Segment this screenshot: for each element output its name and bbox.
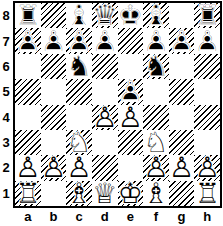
black-pawn-h7[interactable]: ♟♙ — [194, 28, 220, 53]
square-g3[interactable] — [169, 130, 195, 155]
black-knight-c6[interactable]: ♞♘ — [66, 54, 92, 79]
piece-outline-glyph: ♙ — [169, 155, 194, 180]
file-label-e: e — [118, 208, 144, 225]
piece-fill-glyph: ♚ — [118, 181, 143, 206]
rank-label-4: 4 — [0, 105, 12, 130]
file-label-h: h — [194, 208, 220, 225]
square-b5[interactable] — [41, 79, 67, 104]
piece-fill-glyph: ♟ — [15, 155, 40, 180]
white-pawn-d4[interactable]: ♟♙ — [92, 105, 118, 130]
piece-outline-glyph: ♙ — [41, 29, 66, 54]
piece-fill-glyph: ♝ — [143, 181, 168, 206]
rank-label-8: 8 — [0, 3, 12, 28]
piece-outline-glyph: ♖ — [195, 181, 220, 206]
piece-fill-glyph: ♟ — [169, 29, 194, 54]
square-d6[interactable] — [92, 54, 118, 79]
piece-outline-glyph: ♙ — [92, 29, 117, 54]
black-pawn-b7[interactable]: ♟♙ — [41, 28, 67, 53]
black-pawn-g7[interactable]: ♟♙ — [169, 28, 195, 53]
piece-fill-glyph: ♟ — [195, 155, 220, 180]
square-f4[interactable] — [143, 105, 169, 130]
file-labels: abcdefgh — [15, 208, 220, 225]
square-f1[interactable]: ♝♗ — [143, 181, 169, 206]
piece-outline-glyph: ♘ — [67, 130, 92, 155]
black-pawn-c7[interactable]: ♟♙ — [66, 28, 92, 53]
piece-fill-glyph: ♝ — [67, 3, 92, 28]
white-pawn-b2[interactable]: ♟♙ — [41, 155, 67, 180]
square-c8[interactable]: ♝♗ — [66, 3, 92, 28]
black-rook-a8[interactable]: ♜♖ — [15, 3, 41, 28]
piece-outline-glyph: ♙ — [15, 155, 40, 180]
piece-outline-glyph: ♗ — [67, 3, 92, 28]
square-d4[interactable]: ♟♙ — [92, 105, 118, 130]
piece-fill-glyph: ♟ — [118, 79, 143, 104]
piece-outline-glyph: ♙ — [195, 155, 220, 180]
square-d2[interactable] — [92, 155, 118, 180]
piece-fill-glyph: ♟ — [118, 105, 143, 130]
square-f8[interactable]: ♝♗ — [143, 3, 169, 28]
square-f5[interactable] — [143, 79, 169, 104]
piece-outline-glyph: ♔ — [118, 181, 143, 206]
rank-label-6: 6 — [0, 54, 12, 79]
square-b3[interactable] — [41, 130, 67, 155]
square-a6[interactable] — [15, 54, 41, 79]
black-pawn-d7[interactable]: ♟♙ — [92, 28, 118, 53]
square-c4[interactable] — [66, 105, 92, 130]
piece-fill-glyph: ♞ — [67, 54, 92, 79]
white-pawn-h2[interactable]: ♟♙ — [194, 155, 220, 180]
white-knight-c3[interactable]: ♞♘ — [66, 130, 92, 155]
piece-outline-glyph: ♙ — [169, 29, 194, 54]
piece-outline-glyph: ♙ — [67, 155, 92, 180]
square-g5[interactable] — [169, 79, 195, 104]
square-a2[interactable]: ♟♙ — [15, 155, 41, 180]
piece-fill-glyph: ♟ — [169, 155, 194, 180]
rank-labels: 87654321 — [0, 3, 12, 206]
piece-outline-glyph: ♙ — [143, 155, 168, 180]
square-b1[interactable] — [41, 181, 67, 206]
rank-label-7: 7 — [0, 28, 12, 53]
piece-fill-glyph: ♜ — [15, 181, 40, 206]
piece-fill-glyph: ♝ — [67, 181, 92, 206]
square-h1[interactable]: ♜♖ — [194, 181, 220, 206]
piece-fill-glyph: ♟ — [41, 155, 66, 180]
piece-outline-glyph: ♙ — [67, 29, 92, 54]
file-label-c: c — [66, 208, 92, 225]
rank-label-2: 2 — [0, 155, 12, 180]
file-label-f: f — [143, 208, 169, 225]
piece-fill-glyph: ♟ — [195, 29, 220, 54]
square-g8[interactable] — [169, 3, 195, 28]
piece-fill-glyph: ♞ — [143, 54, 168, 79]
piece-outline-glyph: ♙ — [15, 29, 40, 54]
square-c6[interactable]: ♞♘ — [66, 54, 92, 79]
white-king-e1[interactable]: ♚♔ — [118, 181, 144, 206]
piece-outline-glyph: ♙ — [118, 105, 143, 130]
rank-label-1: 1 — [0, 181, 12, 206]
black-pawn-e5[interactable]: ♟♙ — [118, 79, 144, 104]
black-rook-h8[interactable]: ♜♖ — [194, 3, 220, 28]
square-h8[interactable]: ♜♖ — [194, 3, 220, 28]
square-g1[interactable] — [169, 181, 195, 206]
piece-fill-glyph: ♛ — [92, 181, 117, 206]
square-g6[interactable] — [169, 54, 195, 79]
chess-board[interactable]: ♜♖♝♗♛♕♚♔♝♗♜♖♟♙♟♙♟♙♟♙♟♙♟♙♟♙♞♘♞♘♟♙♟♙♟♙♞♘♞♘… — [13, 1, 222, 208]
square-e1[interactable]: ♚♔ — [118, 181, 144, 206]
white-pawn-a2[interactable]: ♟♙ — [15, 155, 41, 180]
piece-outline-glyph: ♙ — [118, 79, 143, 104]
square-a8[interactable]: ♜♖ — [15, 3, 41, 28]
piece-fill-glyph: ♟ — [67, 155, 92, 180]
piece-outline-glyph: ♘ — [143, 54, 168, 79]
white-rook-h1[interactable]: ♜♖ — [194, 181, 220, 206]
piece-fill-glyph: ♞ — [67, 130, 92, 155]
piece-fill-glyph: ♛ — [92, 3, 117, 28]
piece-outline-glyph: ♖ — [195, 3, 220, 28]
square-b8[interactable] — [41, 3, 67, 28]
piece-fill-glyph: ♟ — [143, 155, 168, 180]
square-g7[interactable]: ♟♙ — [169, 28, 195, 53]
square-e6[interactable] — [118, 54, 144, 79]
white-pawn-f2[interactable]: ♟♙ — [143, 155, 169, 180]
white-rook-a1[interactable]: ♜♖ — [15, 181, 41, 206]
piece-outline-glyph: ♗ — [143, 3, 168, 28]
square-e8[interactable]: ♚♔ — [118, 3, 144, 28]
piece-fill-glyph: ♟ — [92, 29, 117, 54]
piece-outline-glyph: ♙ — [41, 155, 66, 180]
square-b2[interactable]: ♟♙ — [41, 155, 67, 180]
piece-outline-glyph: ♘ — [143, 130, 168, 155]
black-king-e8[interactable]: ♚♔ — [118, 3, 144, 28]
piece-outline-glyph: ♔ — [118, 3, 143, 28]
square-b4[interactable] — [41, 105, 67, 130]
white-queen-d1[interactable]: ♛♕ — [92, 181, 118, 206]
black-knight-f6[interactable]: ♞♘ — [143, 54, 169, 79]
black-pawn-a7[interactable]: ♟♙ — [15, 28, 41, 53]
file-label-g: g — [169, 208, 195, 225]
white-pawn-c2[interactable]: ♟♙ — [66, 155, 92, 180]
chess-diagram: 87654321 ♜♖♝♗♛♕♚♔♝♗♜♖♟♙♟♙♟♙♟♙♟♙♟♙♟♙♞♘♞♘♟… — [0, 0, 223, 226]
black-bishop-c8[interactable]: ♝♗ — [66, 3, 92, 28]
square-h3[interactable] — [194, 130, 220, 155]
file-label-d: d — [92, 208, 118, 225]
rank-label-3: 3 — [0, 130, 12, 155]
square-c7[interactable]: ♟♙ — [66, 28, 92, 53]
square-d7[interactable]: ♟♙ — [92, 28, 118, 53]
square-d5[interactable] — [92, 79, 118, 104]
square-f7[interactable]: ♟♙ — [143, 28, 169, 53]
square-g2[interactable]: ♟♙ — [169, 155, 195, 180]
piece-fill-glyph: ♟ — [143, 29, 168, 54]
square-c3[interactable]: ♞♘ — [66, 130, 92, 155]
piece-outline-glyph: ♕ — [92, 181, 117, 206]
piece-outline-glyph: ♗ — [67, 181, 92, 206]
piece-outline-glyph: ♙ — [92, 105, 117, 130]
piece-fill-glyph: ♜ — [195, 181, 220, 206]
square-d8[interactable]: ♛♕ — [92, 3, 118, 28]
square-f6[interactable]: ♞♘ — [143, 54, 169, 79]
square-c2[interactable]: ♟♙ — [66, 155, 92, 180]
square-a1[interactable]: ♜♖ — [15, 181, 41, 206]
square-b7[interactable]: ♟♙ — [41, 28, 67, 53]
square-e5[interactable]: ♟♙ — [118, 79, 144, 104]
piece-fill-glyph: ♟ — [92, 105, 117, 130]
square-e7[interactable] — [118, 28, 144, 53]
black-queen-d8[interactable]: ♛♕ — [92, 3, 118, 28]
square-a5[interactable] — [15, 79, 41, 104]
square-g4[interactable] — [169, 105, 195, 130]
square-h4[interactable] — [194, 105, 220, 130]
square-c1[interactable]: ♝♗ — [66, 181, 92, 206]
square-h6[interactable] — [194, 54, 220, 79]
white-knight-f3[interactable]: ♞♘ — [143, 130, 169, 155]
piece-outline-glyph: ♙ — [195, 29, 220, 54]
piece-outline-glyph: ♖ — [15, 3, 40, 28]
piece-fill-glyph: ♝ — [143, 3, 168, 28]
square-d1[interactable]: ♛♕ — [92, 181, 118, 206]
piece-fill-glyph: ♚ — [118, 3, 143, 28]
square-h7[interactable]: ♟♙ — [194, 28, 220, 53]
piece-outline-glyph: ♕ — [92, 3, 117, 28]
square-e3[interactable] — [118, 130, 144, 155]
piece-outline-glyph: ♘ — [67, 54, 92, 79]
piece-outline-glyph: ♙ — [143, 29, 168, 54]
square-a3[interactable] — [15, 130, 41, 155]
square-a7[interactable]: ♟♙ — [15, 28, 41, 53]
white-pawn-e4[interactable]: ♟♙ — [118, 105, 144, 130]
piece-outline-glyph: ♖ — [15, 181, 40, 206]
black-bishop-f8[interactable]: ♝♗ — [143, 3, 169, 28]
piece-fill-glyph: ♜ — [195, 3, 220, 28]
white-bishop-c1[interactable]: ♝♗ — [66, 181, 92, 206]
square-h5[interactable] — [194, 79, 220, 104]
square-h2[interactable]: ♟♙ — [194, 155, 220, 180]
black-pawn-f7[interactable]: ♟♙ — [143, 28, 169, 53]
square-f3[interactable]: ♞♘ — [143, 130, 169, 155]
piece-fill-glyph: ♞ — [143, 130, 168, 155]
file-label-b: b — [41, 208, 67, 225]
piece-fill-glyph: ♟ — [41, 29, 66, 54]
piece-fill-glyph: ♟ — [15, 29, 40, 54]
square-e4[interactable]: ♟♙ — [118, 105, 144, 130]
piece-fill-glyph: ♜ — [15, 3, 40, 28]
square-c5[interactable] — [66, 79, 92, 104]
square-d3[interactable] — [92, 130, 118, 155]
square-f2[interactable]: ♟♙ — [143, 155, 169, 180]
piece-fill-glyph: ♟ — [67, 29, 92, 54]
rank-label-5: 5 — [0, 79, 12, 104]
piece-outline-glyph: ♗ — [143, 181, 168, 206]
square-e2[interactable] — [118, 155, 144, 180]
square-b6[interactable] — [41, 54, 67, 79]
file-label-a: a — [15, 208, 41, 225]
square-a4[interactable] — [15, 105, 41, 130]
white-bishop-f1[interactable]: ♝♗ — [143, 181, 169, 206]
white-pawn-g2[interactable]: ♟♙ — [169, 155, 195, 180]
